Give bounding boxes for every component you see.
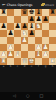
file-label-b: b [7, 65, 14, 69]
piece-white-rook[interactable]: ♜ [0, 58, 6, 65]
square-d6[interactable]: ♟ [21, 23, 28, 30]
square-g4[interactable] [42, 37, 49, 44]
square-e7[interactable]: ♟ [28, 16, 35, 23]
board: ♜♛♚♝♜♟♟♟♟♟♟♝♞♟♞♟♟♟♟♟♟♟♝♝♟♜♛♚♜ [0, 9, 56, 65]
square-g5[interactable] [42, 30, 49, 37]
piece-white-bishop[interactable]: ♝ [14, 51, 20, 58]
unlock-label: Unlock [45, 3, 54, 7]
piece-white-pawn[interactable]: ♟ [7, 51, 13, 58]
file-label-g: g [42, 65, 49, 69]
square-e6[interactable]: ♝ [28, 23, 35, 30]
unlock-button[interactable]: Unlock [41, 3, 54, 7]
square-h7[interactable] [49, 16, 56, 23]
file-label-c: c [14, 65, 21, 69]
square-f2[interactable]: ♝ [35, 51, 42, 58]
square-d1[interactable]: ♛ [21, 58, 28, 65]
piece-black-pawn[interactable]: ♟ [35, 16, 41, 23]
piece-black-queen[interactable]: ♛ [21, 9, 27, 16]
piece-black-pawn[interactable]: ♟ [28, 30, 34, 37]
piece-black-pawn[interactable]: ♟ [28, 16, 34, 23]
file-label-a: a [0, 65, 7, 69]
square-d4[interactable]: ♟ [21, 37, 28, 44]
piece-black-rook[interactable]: ♜ [0, 9, 6, 16]
square-a7[interactable] [0, 16, 7, 23]
square-b2[interactable]: ♟ [7, 51, 14, 58]
square-f3[interactable]: ♟ [35, 44, 42, 51]
square-g8[interactable] [42, 9, 49, 16]
square-e1[interactable]: ♚ [28, 58, 35, 65]
piece-white-knight[interactable]: ♞ [21, 30, 27, 37]
square-c3[interactable] [14, 44, 21, 51]
back-icon[interactable]: ← [2, 0, 5, 9]
piece-black-pawn[interactable]: ♟ [14, 23, 20, 30]
square-f5[interactable] [35, 30, 42, 37]
square-h1[interactable]: ♜ [49, 58, 56, 65]
square-e8[interactable]: ♚ [28, 9, 35, 16]
square-f7[interactable]: ♟ [35, 16, 42, 23]
square-h2[interactable] [49, 51, 56, 58]
square-c6[interactable]: ♟ [14, 23, 21, 30]
piece-black-bishop[interactable]: ♝ [35, 9, 41, 16]
square-b3[interactable]: ♟ [7, 44, 14, 51]
square-g2[interactable]: ♟ [42, 51, 49, 58]
square-f4[interactable] [35, 37, 42, 44]
square-a4[interactable] [0, 37, 7, 44]
square-f8[interactable]: ♝ [35, 9, 42, 16]
square-d8[interactable]: ♛ [21, 9, 28, 16]
square-a8[interactable]: ♜ [0, 9, 7, 16]
topbar-left-group: ← Chess Openings [2, 0, 33, 9]
piece-white-queen[interactable]: ♛ [21, 58, 27, 65]
square-h3[interactable] [49, 44, 56, 51]
square-h4[interactable] [49, 37, 56, 44]
phone-screen: ← Chess Openings Unlock ♜♛♚♝♜♟♟♟♟♟♟♝♞♟♞♟… [0, 0, 56, 100]
page-title: Chess Openings [7, 3, 33, 7]
top-app-bar: ← Chess Openings Unlock [0, 0, 56, 9]
nav-bar: ◁○□ [0, 92, 56, 100]
square-h8[interactable]: ♜ [49, 9, 56, 16]
piece-white-pawn[interactable]: ♟ [0, 51, 6, 58]
square-h6[interactable] [49, 23, 56, 30]
square-c5[interactable] [14, 30, 21, 37]
piece-black-pawn[interactable]: ♟ [0, 23, 6, 30]
square-a2[interactable]: ♟ [0, 51, 7, 58]
square-f6[interactable]: ♞ [35, 23, 42, 30]
file-label-h: h [49, 65, 56, 69]
square-b1[interactable] [7, 58, 14, 65]
square-e2[interactable] [28, 51, 35, 58]
piece-black-bishop[interactable]: ♝ [28, 23, 34, 30]
square-g1[interactable] [42, 58, 49, 65]
piece-white-bishop[interactable]: ♝ [35, 51, 41, 58]
lock-icon [41, 4, 43, 6]
piece-white-pawn[interactable]: ♟ [7, 44, 13, 51]
piece-black-king[interactable]: ♚ [28, 9, 34, 16]
square-d5[interactable]: ♞ [21, 30, 28, 37]
square-c2[interactable]: ♝ [14, 51, 21, 58]
piece-white-knight[interactable]: ♞ [35, 23, 41, 30]
square-b8[interactable] [7, 9, 14, 16]
piece-white-pawn[interactable]: ♟ [21, 37, 27, 44]
file-label-d: d [21, 65, 28, 69]
square-d7[interactable] [21, 16, 28, 23]
square-a3[interactable] [0, 44, 7, 51]
square-f1[interactable] [35, 58, 42, 65]
piece-white-pawn[interactable]: ♟ [35, 44, 41, 51]
square-a5[interactable] [0, 30, 7, 37]
piece-black-rook[interactable]: ♜ [49, 9, 55, 16]
square-c7[interactable] [14, 16, 21, 23]
piece-black-pawn[interactable]: ♟ [21, 23, 27, 30]
square-g6[interactable] [42, 23, 49, 30]
square-e5[interactable]: ♟ [28, 30, 35, 37]
square-g3[interactable]: ♟ [42, 44, 49, 51]
square-c1[interactable] [14, 58, 21, 65]
square-a6[interactable]: ♟ [0, 23, 7, 30]
square-a1[interactable]: ♜ [0, 58, 7, 65]
nav-home-icon[interactable]: ○ [26, 92, 30, 100]
square-c4[interactable] [14, 37, 21, 44]
nav-recents-icon[interactable]: □ [39, 92, 43, 100]
piece-white-king[interactable]: ♚ [28, 58, 34, 65]
file-coordinates: abcdefgh [0, 65, 56, 69]
square-b5[interactable]: ♟ [7, 30, 14, 37]
square-d3[interactable] [21, 44, 28, 51]
square-h5[interactable] [49, 30, 56, 37]
piece-black-pawn[interactable]: ♟ [42, 16, 48, 23]
square-d2[interactable] [21, 51, 28, 58]
piece-black-pawn[interactable]: ♟ [7, 30, 13, 37]
piece-white-pawn[interactable]: ♟ [42, 51, 48, 58]
piece-white-rook[interactable]: ♜ [49, 58, 55, 65]
file-label-e: e [28, 65, 35, 69]
piece-white-pawn[interactable]: ♟ [42, 44, 48, 51]
square-g7[interactable]: ♟ [42, 16, 49, 23]
square-b4[interactable] [7, 37, 14, 44]
square-e4[interactable] [28, 37, 35, 44]
nav-back-icon[interactable]: ◁ [13, 92, 16, 100]
square-b7[interactable] [7, 16, 14, 23]
square-b6[interactable] [7, 23, 14, 30]
square-c8[interactable] [14, 9, 21, 16]
file-label-f: f [35, 65, 42, 69]
square-e3[interactable] [28, 44, 35, 51]
